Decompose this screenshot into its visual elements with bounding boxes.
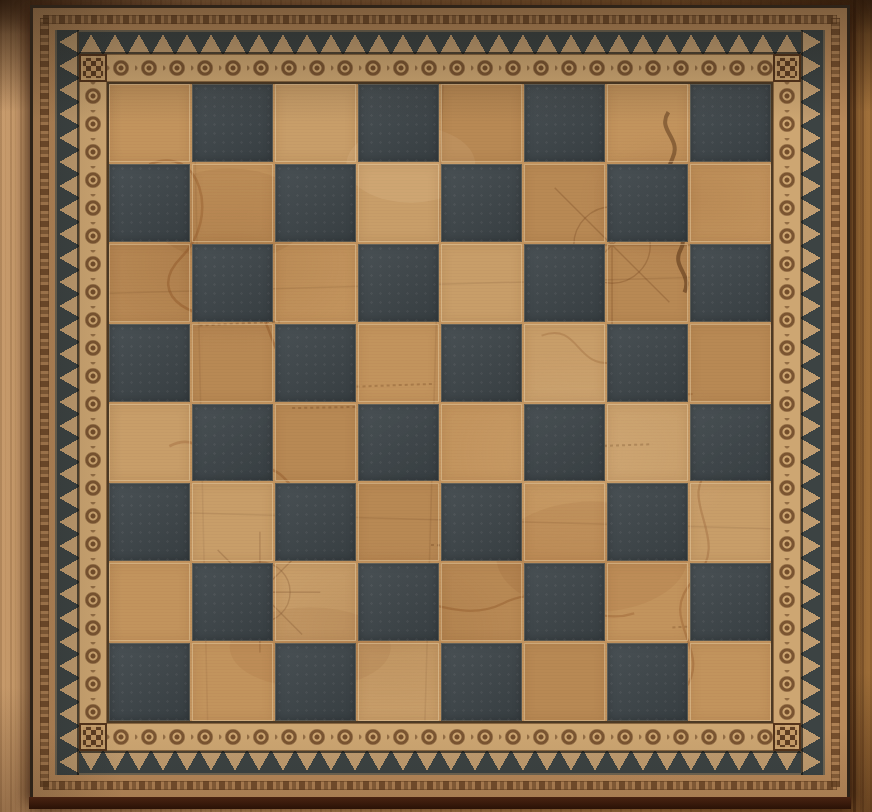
square-e8[interactable] bbox=[441, 84, 522, 162]
square-a6[interactable] bbox=[109, 244, 190, 322]
tassel-band-top bbox=[55, 30, 825, 54]
square-h4[interactable] bbox=[690, 404, 771, 482]
square-h6[interactable] bbox=[690, 244, 771, 322]
square-g2[interactable] bbox=[607, 563, 688, 641]
square-a3[interactable] bbox=[109, 483, 190, 561]
square-c5[interactable] bbox=[275, 324, 356, 402]
square-c6[interactable] bbox=[275, 244, 356, 322]
tassel-band-left bbox=[55, 30, 79, 775]
square-d1[interactable] bbox=[358, 643, 439, 721]
square-h1[interactable] bbox=[690, 643, 771, 721]
square-b6[interactable] bbox=[192, 244, 273, 322]
rosette-band-right bbox=[773, 54, 801, 751]
rosette-band-left bbox=[79, 54, 107, 751]
corner-medallion-top-left bbox=[79, 54, 107, 82]
chessboard bbox=[30, 5, 850, 800]
square-c2[interactable] bbox=[275, 563, 356, 641]
braid-ornament-top bbox=[43, 15, 837, 24]
square-h3[interactable] bbox=[690, 483, 771, 561]
square-g3[interactable] bbox=[607, 483, 688, 561]
square-b5[interactable] bbox=[192, 324, 273, 402]
square-c7[interactable] bbox=[275, 164, 356, 242]
square-d2[interactable] bbox=[358, 563, 439, 641]
square-f1[interactable] bbox=[524, 643, 605, 721]
square-a4[interactable] bbox=[109, 404, 190, 482]
square-h7[interactable] bbox=[690, 164, 771, 242]
square-g5[interactable] bbox=[607, 324, 688, 402]
square-f3[interactable] bbox=[524, 483, 605, 561]
square-f4[interactable] bbox=[524, 404, 605, 482]
square-b3[interactable] bbox=[192, 483, 273, 561]
square-e5[interactable] bbox=[441, 324, 522, 402]
square-a7[interactable] bbox=[109, 164, 190, 242]
square-e1[interactable] bbox=[441, 643, 522, 721]
square-e3[interactable] bbox=[441, 483, 522, 561]
square-b1[interactable] bbox=[192, 643, 273, 721]
braid-ornament-bottom bbox=[43, 781, 837, 790]
square-f8[interactable] bbox=[524, 84, 605, 162]
square-b2[interactable] bbox=[192, 563, 273, 641]
braid-ornament-right bbox=[831, 18, 840, 787]
square-a2[interactable] bbox=[109, 563, 190, 641]
square-b7[interactable] bbox=[192, 164, 273, 242]
corner-medallion-top-right bbox=[773, 54, 801, 82]
square-c8[interactable] bbox=[275, 84, 356, 162]
corner-medallion-bottom-right bbox=[773, 723, 801, 751]
square-f2[interactable] bbox=[524, 563, 605, 641]
wood-table-surface: { "game": "chess", "board_type": "decora… bbox=[0, 0, 872, 812]
square-d7[interactable] bbox=[358, 164, 439, 242]
square-h2[interactable] bbox=[690, 563, 771, 641]
square-f6[interactable] bbox=[524, 244, 605, 322]
tassel-band-right bbox=[801, 30, 825, 775]
corner-medallion-bottom-left bbox=[79, 723, 107, 751]
tassel-band-bottom bbox=[55, 751, 825, 775]
rosette-band-top bbox=[79, 54, 801, 82]
square-a8[interactable] bbox=[109, 84, 190, 162]
square-d8[interactable] bbox=[358, 84, 439, 162]
square-c4[interactable] bbox=[275, 404, 356, 482]
braid-ornament-left bbox=[40, 18, 49, 787]
square-b8[interactable] bbox=[192, 84, 273, 162]
square-g1[interactable] bbox=[607, 643, 688, 721]
square-g6[interactable] bbox=[607, 244, 688, 322]
chess-grid bbox=[109, 84, 771, 721]
square-e6[interactable] bbox=[441, 244, 522, 322]
square-e2[interactable] bbox=[441, 563, 522, 641]
square-d3[interactable] bbox=[358, 483, 439, 561]
square-a5[interactable] bbox=[109, 324, 190, 402]
square-b4[interactable] bbox=[192, 404, 273, 482]
square-h5[interactable] bbox=[690, 324, 771, 402]
square-e4[interactable] bbox=[441, 404, 522, 482]
square-c1[interactable] bbox=[275, 643, 356, 721]
square-h8[interactable] bbox=[690, 84, 771, 162]
square-g4[interactable] bbox=[607, 404, 688, 482]
square-g8[interactable] bbox=[607, 84, 688, 162]
playing-field bbox=[107, 82, 773, 723]
square-d4[interactable] bbox=[358, 404, 439, 482]
square-f5[interactable] bbox=[524, 324, 605, 402]
square-d5[interactable] bbox=[358, 324, 439, 402]
square-g7[interactable] bbox=[607, 164, 688, 242]
square-f7[interactable] bbox=[524, 164, 605, 242]
square-c3[interactable] bbox=[275, 483, 356, 561]
square-e7[interactable] bbox=[441, 164, 522, 242]
rosette-band-bottom bbox=[79, 723, 801, 751]
square-d6[interactable] bbox=[358, 244, 439, 322]
square-a1[interactable] bbox=[109, 643, 190, 721]
